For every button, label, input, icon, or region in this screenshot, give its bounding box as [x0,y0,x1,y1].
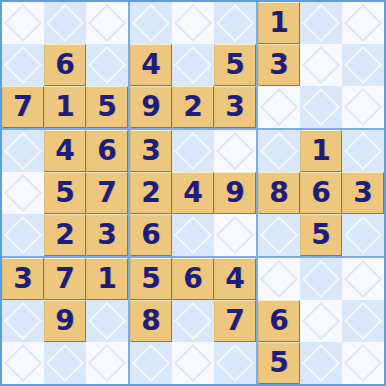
empty-cell-r4c6[interactable] [214,130,256,172]
cell-value: 9 [141,93,160,121]
cell-value: 6 [55,51,74,79]
cell-value: 6 [141,221,160,249]
diamond-pattern-icon [4,132,42,170]
diamond-pattern-icon [174,216,212,254]
diamond-pattern-icon [132,4,170,42]
cell-value: 1 [55,93,74,121]
given-cell-r7c4: 5 [130,258,172,300]
empty-cell-r1c5[interactable] [172,2,214,44]
empty-cell-r9c5[interactable] [172,342,214,384]
empty-cell-r1c3[interactable] [86,2,128,44]
diamond-pattern-icon [302,260,340,298]
empty-cell-r4c1[interactable] [2,130,44,172]
given-cell-r5c8: 6 [300,172,342,214]
empty-cell-r1c2[interactable] [44,2,86,44]
empty-cell-r9c4[interactable] [130,342,172,384]
cell-value: 6 [269,307,288,335]
given-cell-r3c4: 9 [130,86,172,128]
diamond-pattern-icon [88,344,126,382]
empty-cell-r7c7[interactable] [258,258,300,300]
empty-cell-r5c1[interactable] [2,172,44,214]
cell-value: 2 [141,179,160,207]
cell-value: 3 [353,179,372,207]
cell-value: 8 [141,307,160,335]
cell-value: 1 [97,265,116,293]
diamond-pattern-icon [344,344,382,382]
given-cell-r7c2: 7 [44,258,86,300]
given-cell-r4c8: 1 [300,130,342,172]
empty-cell-r8c3[interactable] [86,300,128,342]
diamond-pattern-icon [302,302,340,340]
cell-value: 5 [225,51,244,79]
diamond-pattern-icon [4,344,42,382]
cell-value: 6 [183,265,202,293]
empty-cell-r3c9[interactable] [342,86,384,128]
diamond-pattern-icon [260,260,298,298]
cell-value: 9 [225,179,244,207]
diamond-pattern-icon [88,4,126,42]
given-cell-r5c2: 5 [44,172,86,214]
diamond-pattern-icon [88,302,126,340]
given-cell-r6c8: 5 [300,214,342,256]
cell-value: 3 [269,51,288,79]
given-cell-r9c7: 5 [258,342,300,384]
diamond-pattern-icon [174,302,212,340]
given-cell-r7c1: 3 [2,258,44,300]
given-cell-r4c3: 6 [86,130,128,172]
cell-value: 5 [141,265,160,293]
given-cell-r5c3: 7 [86,172,128,214]
cell-value: 7 [225,307,244,335]
given-cell-r6c4: 6 [130,214,172,256]
cell-value: 3 [13,265,32,293]
cell-value: 3 [97,221,116,249]
diamond-pattern-icon [216,4,254,42]
cell-value: 4 [225,265,244,293]
cell-value: 9 [55,307,74,335]
empty-cell-r6c7[interactable] [258,214,300,256]
sudoku-board: 16453715923463157249863236537156498765 [0,0,386,386]
cell-value: 5 [269,349,288,377]
cell-value: 4 [183,179,202,207]
diamond-pattern-icon [46,344,84,382]
given-cell-r3c5: 2 [172,86,214,128]
empty-cell-r8c8[interactable] [300,300,342,342]
diamond-pattern-icon [4,4,42,42]
empty-cell-r8c9[interactable] [342,300,384,342]
empty-cell-r9c8[interactable] [300,342,342,384]
cell-value: 7 [55,265,74,293]
empty-cell-r2c8[interactable] [300,44,342,86]
empty-cell-r7c9[interactable] [342,258,384,300]
diamond-pattern-icon [344,4,382,42]
empty-cell-r2c5[interactable] [172,44,214,86]
given-cell-r2c7: 3 [258,44,300,86]
given-cell-r6c2: 2 [44,214,86,256]
empty-cell-r1c8[interactable] [300,2,342,44]
diamond-pattern-icon [344,132,382,170]
cell-value: 2 [55,221,74,249]
empty-cell-r6c5[interactable] [172,214,214,256]
diamond-pattern-icon [216,216,254,254]
given-cell-r8c2: 9 [44,300,86,342]
empty-cell-r7c8[interactable] [300,258,342,300]
given-cell-r5c7: 8 [258,172,300,214]
empty-cell-r9c3[interactable] [86,342,128,384]
given-cell-r3c6: 3 [214,86,256,128]
cell-value: 7 [97,179,116,207]
empty-cell-r4c5[interactable] [172,130,214,172]
cell-value: 1 [311,137,330,165]
empty-cell-r3c8[interactable] [300,86,342,128]
given-cell-r2c2: 6 [44,44,86,86]
diamond-pattern-icon [216,132,254,170]
given-cell-r5c5: 4 [172,172,214,214]
diamond-pattern-icon [46,4,84,42]
diamond-pattern-icon [344,216,382,254]
empty-cell-r1c6[interactable] [214,2,256,44]
given-cell-r8c6: 7 [214,300,256,342]
diamond-pattern-icon [4,174,42,212]
given-cell-r3c3: 5 [86,86,128,128]
diamond-pattern-icon [344,302,382,340]
diamond-pattern-icon [260,216,298,254]
cell-value: 6 [311,179,330,207]
given-cell-r3c1: 7 [2,86,44,128]
cell-value: 2 [183,93,202,121]
diamond-pattern-icon [88,46,126,84]
empty-cell-r1c4[interactable] [130,2,172,44]
empty-cell-r4c7[interactable] [258,130,300,172]
empty-cell-r8c5[interactable] [172,300,214,342]
given-cell-r4c4: 3 [130,130,172,172]
cell-value: 7 [13,93,32,121]
diamond-pattern-icon [260,88,298,126]
diamond-pattern-icon [302,88,340,126]
diamond-pattern-icon [174,4,212,42]
diamond-pattern-icon [4,46,42,84]
cell-value: 8 [269,179,288,207]
given-cell-r7c3: 1 [86,258,128,300]
empty-cell-r1c9[interactable] [342,2,384,44]
diamond-pattern-icon [174,132,212,170]
diamond-pattern-icon [302,344,340,382]
empty-cell-r6c6[interactable] [214,214,256,256]
cell-value: 3 [141,137,160,165]
diamond-pattern-icon [344,88,382,126]
diamond-pattern-icon [344,46,382,84]
diamond-pattern-icon [302,46,340,84]
given-cell-r6c3: 3 [86,214,128,256]
given-cell-r3c2: 1 [44,86,86,128]
diamond-pattern-icon [174,46,212,84]
given-cell-r7c5: 6 [172,258,214,300]
cell-value: 6 [97,137,116,165]
cell-value: 4 [141,51,160,79]
given-cell-r4c2: 4 [44,130,86,172]
diamond-pattern-icon [302,4,340,42]
diamond-pattern-icon [4,216,42,254]
empty-cell-r2c3[interactable] [86,44,128,86]
given-cell-r5c4: 2 [130,172,172,214]
empty-cell-r2c1[interactable] [2,44,44,86]
diamond-pattern-icon [174,344,212,382]
empty-cell-r8c1[interactable] [2,300,44,342]
empty-cell-r2c9[interactable] [342,44,384,86]
given-cell-r5c9: 3 [342,172,384,214]
given-cell-r8c7: 6 [258,300,300,342]
diamond-pattern-icon [344,260,382,298]
cell-value: 5 [311,221,330,249]
diamond-pattern-icon [4,302,42,340]
empty-cell-r3c7[interactable] [258,86,300,128]
empty-cell-r4c9[interactable] [342,130,384,172]
diamond-pattern-icon [132,344,170,382]
empty-cell-r9c6[interactable] [214,342,256,384]
diamond-pattern-icon [216,344,254,382]
given-cell-r1c7: 1 [258,2,300,44]
given-cell-r2c4: 4 [130,44,172,86]
cell-value: 5 [55,179,74,207]
cell-value: 5 [97,93,116,121]
given-cell-r2c6: 5 [214,44,256,86]
empty-cell-r1c1[interactable] [2,2,44,44]
cell-value: 3 [225,93,244,121]
empty-cell-r9c1[interactable] [2,342,44,384]
cell-value: 1 [269,9,288,37]
given-cell-r5c6: 9 [214,172,256,214]
cell-value: 4 [55,137,74,165]
given-cell-r7c6: 4 [214,258,256,300]
empty-cell-r6c1[interactable] [2,214,44,256]
given-cell-r8c4: 8 [130,300,172,342]
empty-cell-r6c9[interactable] [342,214,384,256]
empty-cell-r9c2[interactable] [44,342,86,384]
empty-cell-r9c9[interactable] [342,342,384,384]
diamond-pattern-icon [260,132,298,170]
